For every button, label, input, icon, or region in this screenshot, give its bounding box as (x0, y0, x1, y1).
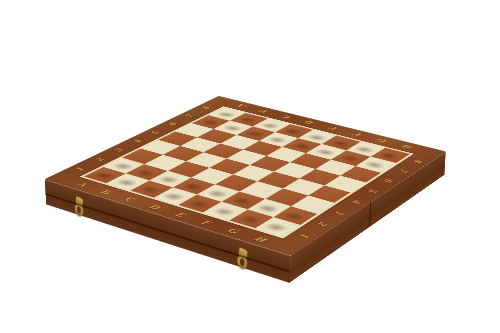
clasp-loop (74, 202, 83, 218)
brass-clasp-right (233, 246, 250, 276)
chess-board: ABCDEFGH ABCDEFGH 87654321 87654321 ♜♞♝♛… (45, 96, 446, 256)
brass-clasp-left (72, 195, 85, 222)
clasp-loop (236, 253, 247, 270)
white-rook-glyph: ♜ (242, 138, 312, 235)
product-photo-stage: ABCDEFGH ABCDEFGH 87654321 87654321 ♜♞♝♛… (0, 0, 500, 333)
perspective-scene: ABCDEFGH ABCDEFGH 87654321 87654321 ♜♞♝♛… (0, 0, 500, 333)
